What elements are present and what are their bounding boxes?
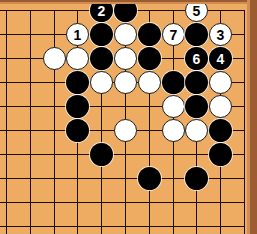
board-border-right-outer	[250, 0, 257, 234]
stone-white[interactable]	[209, 95, 232, 118]
stone-white[interactable]	[162, 95, 185, 118]
stone-white[interactable]	[114, 23, 137, 46]
stone-black[interactable]	[90, 143, 113, 166]
stone-white[interactable]	[209, 71, 232, 94]
stone-white-move-7[interactable]: 7	[162, 23, 185, 46]
grid-line-vertical	[30, 10, 31, 234]
board-border-top-inner	[0, 2, 257, 4]
stone-black[interactable]	[66, 95, 89, 118]
go-board[interactable]: 2517364	[0, 0, 257, 234]
grid-line-vertical	[54, 10, 55, 234]
stone-black[interactable]	[162, 71, 185, 94]
grid-line-horizontal	[0, 202, 245, 203]
stone-white[interactable]	[114, 119, 137, 142]
grid-line-horizontal	[0, 178, 245, 179]
stone-white[interactable]	[185, 119, 208, 142]
stone-white[interactable]	[162, 119, 185, 142]
grid-line-vertical	[244, 10, 245, 234]
stone-white[interactable]	[138, 71, 161, 94]
grid-line-horizontal	[0, 226, 245, 227]
stone-black[interactable]	[185, 71, 208, 94]
stone-black[interactable]	[138, 23, 161, 46]
stone-black[interactable]	[209, 143, 232, 166]
stone-black-move-4[interactable]: 4	[209, 47, 232, 70]
stone-white[interactable]	[90, 71, 113, 94]
stone-white[interactable]	[114, 47, 137, 70]
stone-white[interactable]	[114, 71, 137, 94]
stone-black[interactable]	[185, 23, 208, 46]
stone-black[interactable]	[66, 71, 89, 94]
stone-black[interactable]	[138, 167, 161, 190]
stone-white-move-1[interactable]: 1	[66, 23, 89, 46]
stone-white[interactable]	[66, 47, 89, 70]
stone-white-move-3[interactable]: 3	[209, 23, 232, 46]
stone-black[interactable]	[209, 119, 232, 142]
stone-white[interactable]	[43, 47, 66, 70]
stone-black[interactable]	[66, 119, 89, 142]
stone-black[interactable]	[138, 47, 161, 70]
stone-black[interactable]	[185, 95, 208, 118]
stone-black-move-6[interactable]: 6	[185, 47, 208, 70]
grid-line-vertical	[6, 10, 7, 234]
stone-black[interactable]	[185, 167, 208, 190]
stone-black[interactable]	[90, 23, 113, 46]
stone-black[interactable]	[90, 47, 113, 70]
